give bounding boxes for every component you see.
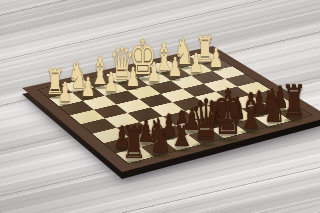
piece-white-pawn-e2: ♟ (147, 60, 162, 86)
piece-white-pawn-d2: ♟ (125, 64, 140, 90)
piece-white-pawn-h2: ♟ (209, 45, 224, 71)
piece-black-rook-a8: ♜ (122, 120, 147, 165)
piece-white-pawn-g2: ♟ (189, 50, 204, 76)
piece-white-pawn-a2: ♟ (58, 80, 73, 106)
piece-white-pawn-b2: ♟ (81, 75, 96, 101)
wood-floor: ♜♞♝♛♚♝♞♜♟♟♟♟♟♟♟♟♟♟♟♟♟♟♟♟♜♞♝♛♚♝♞♜ (0, 0, 320, 213)
piece-white-pawn-f2: ♟ (168, 55, 183, 81)
piece-white-pawn-c2: ♟ (103, 69, 118, 95)
piece-black-knight-b8: ♞ (146, 112, 172, 159)
piece-black-bishop-c8: ♝ (169, 104, 196, 153)
